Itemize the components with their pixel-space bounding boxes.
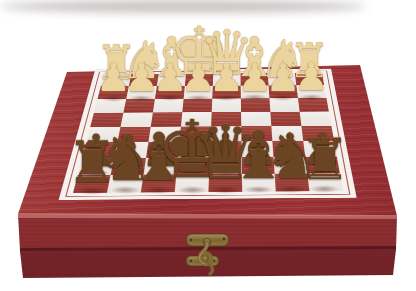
brass-latch[interactable] — [178, 228, 238, 278]
square-a3[interactable] — [298, 98, 329, 112]
square-g3[interactable] — [123, 99, 155, 113]
latch-hook-tail — [209, 264, 213, 274]
latch-screw — [189, 238, 193, 242]
chess-piece-wP-a2[interactable]: ♟ — [294, 59, 329, 98]
box-shadow — [0, 0, 366, 13]
chess-piece-bR-a8[interactable]: ♜ — [300, 132, 351, 189]
square-b3[interactable] — [269, 98, 299, 112]
chess-set-photo: ♜♞♝♚♛♝♞♜♟♟♟♟♟♟♟♟♟♟♟♟♟♟♟♟♜♞♝♚♛♝♞♜ — [0, 0, 416, 291]
square-h3[interactable] — [94, 99, 126, 113]
latch-screw — [189, 259, 193, 263]
latch-screw — [222, 237, 226, 241]
